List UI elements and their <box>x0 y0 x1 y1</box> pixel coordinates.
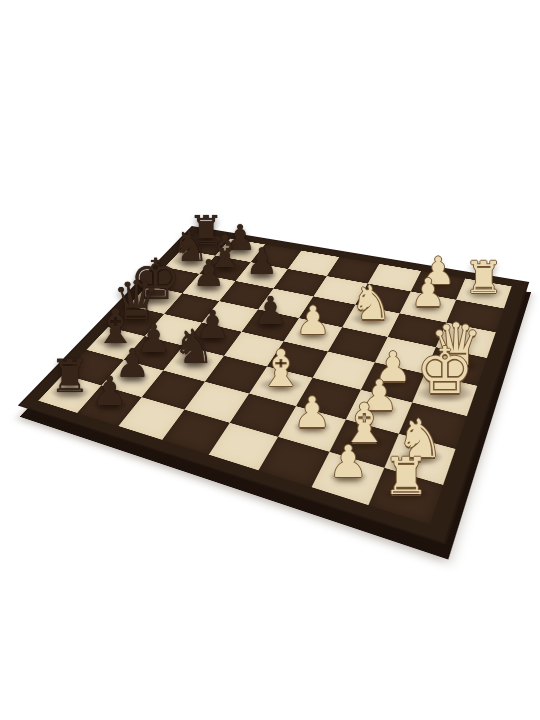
piece-white-pawn-a2: ♟ <box>328 440 368 484</box>
piece-white-pawn-b3: ♟ <box>293 392 331 434</box>
piece-black-pawn-f7: ♟ <box>193 256 226 293</box>
piece-black-pawn-a7: ♟ <box>91 371 127 411</box>
piece-white-king-d1: ♚ <box>416 339 474 404</box>
piece-black-knight-c6: ♞ <box>173 323 215 370</box>
piece-white-knight-f3: ♞ <box>350 281 392 328</box>
piece-white-pawn-g2: ♟ <box>411 274 446 313</box>
piece-black-rook-a8: ♜ <box>50 354 91 400</box>
product-photo-canvas: Angled overhead photo of a wooden chess … <box>0 0 540 720</box>
piece-white-rook-h1: ♜ <box>464 256 503 300</box>
piece-white-bishop-c4: ♝ <box>258 342 304 393</box>
piece-black-pawn-e5: ♟ <box>253 292 287 330</box>
piece-black-pawn-g6: ♟ <box>245 244 278 281</box>
piece-white-rook-a1: ♜ <box>383 451 429 502</box>
piece-white-pawn-e4: ♟ <box>296 301 331 340</box>
